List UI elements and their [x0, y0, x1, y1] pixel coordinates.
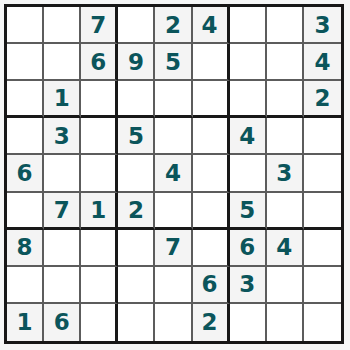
cell-r5c5: 4 — [155, 155, 192, 192]
cell-r9c1: 1 — [7, 304, 44, 341]
cell-r9c9[interactable] — [304, 304, 341, 341]
cell-r1c8[interactable] — [267, 7, 304, 44]
cell-r7c9[interactable] — [304, 230, 341, 267]
cell-r5c1: 6 — [7, 155, 44, 192]
cell-r9c3[interactable] — [81, 304, 118, 341]
cell-r2c6[interactable] — [193, 44, 230, 81]
cell-r1c2[interactable] — [44, 7, 81, 44]
cell-r3c6[interactable] — [193, 81, 230, 118]
cell-r9c7[interactable] — [230, 304, 267, 341]
cell-r3c7[interactable] — [230, 81, 267, 118]
cell-r5c8: 3 — [267, 155, 304, 192]
cell-r6c4: 2 — [118, 193, 155, 230]
cell-r3c3[interactable] — [81, 81, 118, 118]
cell-r3c1[interactable] — [7, 81, 44, 118]
cell-r7c3[interactable] — [81, 230, 118, 267]
cell-r1c7[interactable] — [230, 7, 267, 44]
cell-r8c3[interactable] — [81, 267, 118, 304]
cell-r6c9[interactable] — [304, 193, 341, 230]
cell-r6c3: 1 — [81, 193, 118, 230]
cell-r9c2: 6 — [44, 304, 81, 341]
cell-r1c4[interactable] — [118, 7, 155, 44]
cell-r2c5: 5 — [155, 44, 192, 81]
cell-r2c9: 4 — [304, 44, 341, 81]
cell-r4c9[interactable] — [304, 118, 341, 155]
cell-r4c5[interactable] — [155, 118, 192, 155]
cell-r6c5[interactable] — [155, 193, 192, 230]
sudoku-page: 72436954123546437125876463162 — [0, 0, 350, 350]
cell-r5c9[interactable] — [304, 155, 341, 192]
cell-r4c3[interactable] — [81, 118, 118, 155]
cell-r4c1[interactable] — [7, 118, 44, 155]
cell-r8c5[interactable] — [155, 267, 192, 304]
cell-r6c6[interactable] — [193, 193, 230, 230]
cell-r6c7: 5 — [230, 193, 267, 230]
cell-r7c2[interactable] — [44, 230, 81, 267]
cell-r8c4[interactable] — [118, 267, 155, 304]
cell-r1c5: 2 — [155, 7, 192, 44]
cell-r1c9: 3 — [304, 7, 341, 44]
cell-r4c8[interactable] — [267, 118, 304, 155]
cell-r8c9[interactable] — [304, 267, 341, 304]
cell-r2c4: 9 — [118, 44, 155, 81]
cell-r6c2: 7 — [44, 193, 81, 230]
cell-r3c9: 2 — [304, 81, 341, 118]
cell-r5c4[interactable] — [118, 155, 155, 192]
cell-r5c2[interactable] — [44, 155, 81, 192]
cell-r2c2[interactable] — [44, 44, 81, 81]
cell-r1c1[interactable] — [7, 7, 44, 44]
cell-r4c6[interactable] — [193, 118, 230, 155]
cell-r9c6: 2 — [193, 304, 230, 341]
cell-r1c6: 4 — [193, 7, 230, 44]
cell-r7c4[interactable] — [118, 230, 155, 267]
cell-r8c1[interactable] — [7, 267, 44, 304]
cell-r8c7: 3 — [230, 267, 267, 304]
cell-r7c1: 8 — [7, 230, 44, 267]
cell-r4c2: 3 — [44, 118, 81, 155]
cell-r4c4: 5 — [118, 118, 155, 155]
sudoku-board: 72436954123546437125876463162 — [4, 4, 344, 344]
cell-r2c3: 6 — [81, 44, 118, 81]
cell-r7c5: 7 — [155, 230, 192, 267]
cell-r9c8[interactable] — [267, 304, 304, 341]
cell-r8c2[interactable] — [44, 267, 81, 304]
cell-r3c4[interactable] — [118, 81, 155, 118]
cell-r7c7: 6 — [230, 230, 267, 267]
cell-r8c6: 6 — [193, 267, 230, 304]
cell-r7c6[interactable] — [193, 230, 230, 267]
cell-r5c3[interactable] — [81, 155, 118, 192]
cell-r3c5[interactable] — [155, 81, 192, 118]
cell-r2c1[interactable] — [7, 44, 44, 81]
cell-r5c7[interactable] — [230, 155, 267, 192]
cell-r3c8[interactable] — [267, 81, 304, 118]
cell-r9c5[interactable] — [155, 304, 192, 341]
cell-r4c7: 4 — [230, 118, 267, 155]
cell-r3c2: 1 — [44, 81, 81, 118]
cell-r1c3: 7 — [81, 7, 118, 44]
cell-r9c4[interactable] — [118, 304, 155, 341]
cell-r8c8[interactable] — [267, 267, 304, 304]
cell-r6c1[interactable] — [7, 193, 44, 230]
cell-r7c8: 4 — [267, 230, 304, 267]
cell-r6c8[interactable] — [267, 193, 304, 230]
cell-r5c6[interactable] — [193, 155, 230, 192]
cell-r2c8[interactable] — [267, 44, 304, 81]
cell-r2c7[interactable] — [230, 44, 267, 81]
